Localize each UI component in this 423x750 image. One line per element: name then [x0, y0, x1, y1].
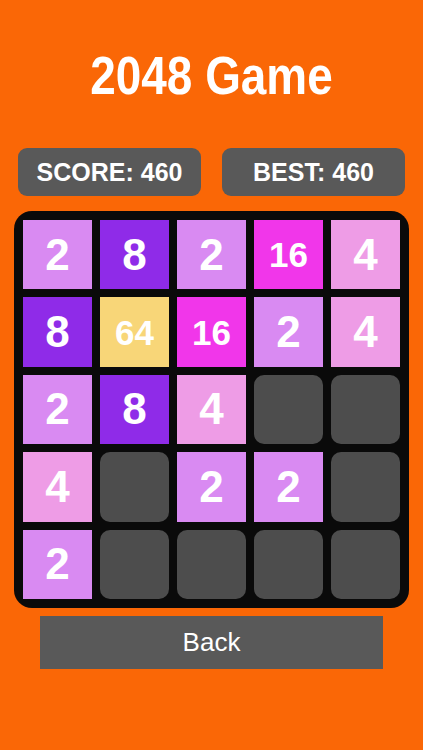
empty-cell [100, 530, 169, 599]
tile-8: 8 [100, 220, 169, 289]
tile-2: 2 [23, 530, 92, 599]
app-screen: 2048 Game SCORE: 460 BEST: 460 282164864… [0, 0, 423, 750]
tile-2: 2 [254, 297, 323, 366]
tile-8: 8 [23, 297, 92, 366]
empty-cell [331, 452, 400, 521]
empty-cell [331, 375, 400, 444]
tile-8: 8 [100, 375, 169, 444]
tile-2: 2 [254, 452, 323, 521]
back-button[interactable]: Back [40, 616, 383, 669]
page-title: 2048 Game [32, 44, 392, 106]
tile-2: 2 [23, 375, 92, 444]
tile-16: 16 [177, 297, 246, 366]
empty-cell [254, 530, 323, 599]
best-score-panel: BEST: 460 [222, 148, 405, 196]
tile-64: 64 [100, 297, 169, 366]
scoreboard: SCORE: 460 BEST: 460 [18, 148, 405, 196]
tile-4: 4 [331, 297, 400, 366]
tile-4: 4 [177, 375, 246, 444]
tile-16: 16 [254, 220, 323, 289]
game-board[interactable]: 28216486416242844222 [14, 211, 409, 608]
tile-2: 2 [177, 452, 246, 521]
tile-4: 4 [23, 452, 92, 521]
empty-cell [254, 375, 323, 444]
tile-2: 2 [23, 220, 92, 289]
empty-cell [331, 530, 400, 599]
score-panel: SCORE: 460 [18, 148, 201, 196]
tile-4: 4 [331, 220, 400, 289]
empty-cell [177, 530, 246, 599]
tile-2: 2 [177, 220, 246, 289]
back-button-label: Back [183, 627, 241, 658]
empty-cell [100, 452, 169, 521]
